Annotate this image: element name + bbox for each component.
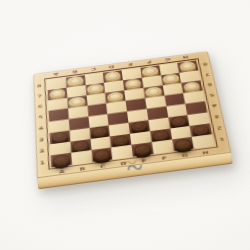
checker-dark-c1[interactable]: [93, 149, 111, 161]
rank-label-left-1: 1: [36, 156, 48, 169]
square-c1[interactable]: [91, 148, 112, 162]
checkers-box: ABCDEFGH ABCDEFGH 87654321 87654321: [21, 34, 232, 189]
checker-dark-f2[interactable]: [151, 129, 169, 141]
checker-dark-e3[interactable]: [130, 121, 148, 133]
product-photo-scene: ABCDEFGH ABCDEFGH 87654321 87654321: [0, 0, 250, 250]
checker-dark-e1[interactable]: [133, 143, 151, 155]
checker-dark-b2[interactable]: [72, 140, 90, 152]
checker-dark-h2[interactable]: [191, 124, 210, 136]
square-b1[interactable]: [71, 150, 92, 164]
checker-dark-g1[interactable]: [173, 138, 192, 150]
square-e1[interactable]: [131, 142, 153, 156]
checker-dark-c3[interactable]: [91, 126, 109, 138]
square-h1[interactable]: [192, 135, 215, 149]
square-f1[interactable]: [152, 140, 174, 154]
metal-clasp-icon: [124, 160, 146, 175]
checker-dark-d2[interactable]: [112, 134, 130, 146]
square-g1[interactable]: [172, 137, 194, 151]
checker-dark-a3[interactable]: [51, 131, 68, 143]
checker-dark-a1[interactable]: [52, 154, 70, 166]
square-d1[interactable]: [111, 145, 133, 159]
square-a1[interactable]: [51, 153, 72, 168]
checker-dark-g3[interactable]: [169, 115, 187, 127]
